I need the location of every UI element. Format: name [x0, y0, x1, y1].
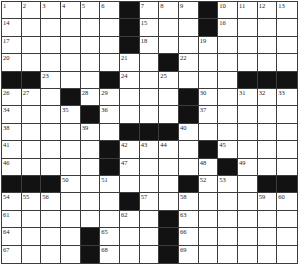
clue-number-10: 10: [219, 2, 226, 10]
cell-r10c5[interactable]: [81, 159, 101, 176]
cell-r8c10[interactable]: 40: [179, 124, 199, 141]
cell-r1c8[interactable]: 7: [140, 2, 160, 19]
clue-number-62: 62: [121, 211, 128, 219]
cell-r13c1[interactable]: 61: [2, 211, 22, 228]
cell-r12c11[interactable]: [199, 193, 219, 210]
clue-number-48: 48: [200, 159, 207, 167]
cell-r2c6[interactable]: [100, 19, 120, 36]
cell-r9c8[interactable]: 43: [140, 141, 160, 158]
cell-r6c9[interactable]: [159, 89, 179, 106]
cell-r8c4[interactable]: [61, 124, 81, 141]
clue-number-26: 26: [3, 89, 10, 97]
cell-r10c4[interactable]: [61, 159, 81, 176]
cell-r3c5[interactable]: [81, 37, 101, 54]
cell-r14c12[interactable]: [218, 228, 238, 245]
cell-r2c9[interactable]: [159, 19, 179, 36]
cell-r3c2[interactable]: [22, 37, 42, 54]
clue-number-16: 16: [219, 19, 226, 27]
black-square-r1c7: [120, 2, 140, 19]
clue-number-24: 24: [121, 72, 128, 80]
clue-number-45: 45: [219, 141, 226, 149]
clue-number-14: 14: [3, 19, 10, 27]
clue-number-53: 53: [219, 176, 226, 184]
cell-r10c11[interactable]: 48: [199, 159, 219, 176]
cell-r12c10[interactable]: 58: [179, 193, 199, 210]
clue-number-66: 66: [180, 228, 187, 236]
clue-number-63: 63: [180, 211, 187, 219]
cell-r13c7[interactable]: 62: [120, 211, 140, 228]
clue-number-29: 29: [101, 89, 108, 97]
cell-r13c10[interactable]: 63: [179, 211, 199, 228]
black-square-r12c7: [120, 193, 140, 210]
cell-r1c10[interactable]: 9: [179, 2, 199, 19]
cell-r9c1[interactable]: 41: [2, 141, 22, 158]
cell-r9c5[interactable]: [81, 141, 101, 158]
cell-r6c1[interactable]: 26: [2, 89, 22, 106]
cell-r10c7[interactable]: 47: [120, 159, 140, 176]
clue-number-65: 65: [101, 228, 108, 236]
cell-r13c15[interactable]: [277, 211, 297, 228]
black-square-r10c6: [100, 159, 120, 176]
cell-r6c3[interactable]: [41, 89, 61, 106]
cell-r12c8[interactable]: 57: [140, 193, 160, 210]
clue-number-57: 57: [141, 193, 148, 201]
cell-r10c3[interactable]: [41, 159, 61, 176]
cell-r1c9[interactable]: 8: [159, 2, 179, 19]
cell-r6c6[interactable]: 29: [100, 89, 120, 106]
clue-number-42: 42: [121, 141, 128, 149]
black-square-r9c11: [199, 141, 219, 158]
cell-r6c8[interactable]: [140, 89, 160, 106]
clue-number-39: 39: [82, 124, 89, 132]
cell-r4c13[interactable]: [238, 54, 258, 71]
clue-number-18: 18: [141, 37, 148, 45]
cell-r15c12[interactable]: [218, 246, 238, 263]
cell-r1c12[interactable]: 10: [218, 2, 238, 19]
clue-number-9: 9: [180, 2, 183, 10]
cell-r8c1[interactable]: 38: [2, 124, 22, 141]
clue-number-13: 13: [278, 2, 285, 10]
clue-number-31: 31: [239, 89, 246, 97]
cell-r14c14[interactable]: [258, 228, 278, 245]
cell-r4c5[interactable]: [81, 54, 101, 71]
cell-r3c1[interactable]: 17: [2, 37, 22, 54]
cell-r9c3[interactable]: [41, 141, 61, 158]
cell-r2c3[interactable]: [41, 19, 61, 36]
cell-r9c10[interactable]: [179, 141, 199, 158]
cell-r10c13[interactable]: 49: [238, 159, 258, 176]
black-square-r8c7: [120, 124, 140, 141]
cell-r12c1[interactable]: 54: [2, 193, 22, 210]
cell-r1c13[interactable]: 11: [238, 2, 258, 19]
cell-r9c15[interactable]: [277, 141, 297, 158]
black-square-r11c2: [22, 176, 42, 193]
black-square-r3c7: [120, 37, 140, 54]
cell-r12c5[interactable]: [81, 193, 101, 210]
cell-r8c5[interactable]: 39: [81, 124, 101, 141]
cell-r4c8[interactable]: [140, 54, 160, 71]
black-square-r5c13: [238, 72, 258, 89]
cell-r5c8[interactable]: [140, 72, 160, 89]
cell-r5c4[interactable]: [61, 72, 81, 89]
black-square-r10c12: [218, 159, 238, 176]
cell-r12c12[interactable]: [218, 193, 238, 210]
cell-r7c3[interactable]: [41, 106, 61, 123]
cell-r2c1[interactable]: 14: [2, 19, 22, 36]
cell-r2c15[interactable]: [277, 19, 297, 36]
cell-r4c4[interactable]: [61, 54, 81, 71]
cell-r4c1[interactable]: 20: [2, 54, 22, 71]
cell-r15c8[interactable]: [140, 246, 160, 263]
clue-number-37: 37: [200, 106, 207, 114]
cell-r13c8[interactable]: [140, 211, 160, 228]
black-square-r11c10: [179, 176, 199, 193]
cell-r12c15[interactable]: 60: [277, 193, 297, 210]
cell-r1c4[interactable]: 4: [61, 2, 81, 19]
cell-r7c1[interactable]: 34: [2, 106, 22, 123]
cell-r3c11[interactable]: 19: [199, 37, 219, 54]
cell-r3c4[interactable]: [61, 37, 81, 54]
cell-r14c7[interactable]: [120, 228, 140, 245]
cell-r6c13[interactable]: 31: [238, 89, 258, 106]
cell-r2c14[interactable]: [258, 19, 278, 36]
cell-r7c4[interactable]: 35: [61, 106, 81, 123]
cell-r4c2[interactable]: [22, 54, 42, 71]
cell-r8c14[interactable]: [258, 124, 278, 141]
cell-r8c13[interactable]: [238, 124, 258, 141]
cell-r6c2[interactable]: 27: [22, 89, 42, 106]
crossword-board: 1234567891011121314151617181920212223242…: [1, 1, 298, 264]
cell-r13c13[interactable]: [238, 211, 258, 228]
cell-r3c14[interactable]: [258, 37, 278, 54]
black-square-r5c14: [258, 72, 278, 89]
cell-r9c14[interactable]: [258, 141, 278, 158]
cell-r7c13[interactable]: [238, 106, 258, 123]
cell-r14c1[interactable]: 64: [2, 228, 22, 245]
cell-r8c6[interactable]: [100, 124, 120, 141]
black-square-r7c10: [179, 106, 199, 123]
cell-r9c4[interactable]: [61, 141, 81, 158]
cell-r7c12[interactable]: [218, 106, 238, 123]
cell-r1c15[interactable]: 13: [277, 2, 297, 19]
clue-number-7: 7: [141, 2, 144, 10]
cell-r3c9[interactable]: [159, 37, 179, 54]
clue-number-23: 23: [42, 72, 49, 80]
cell-r11c9[interactable]: [159, 176, 179, 193]
cell-r1c1[interactable]: 1: [2, 2, 22, 19]
cell-r7c14[interactable]: [258, 106, 278, 123]
cell-r15c6[interactable]: 68: [100, 246, 120, 263]
cell-r15c14[interactable]: [258, 246, 278, 263]
clue-number-15: 15: [141, 19, 148, 27]
clue-number-59: 59: [259, 193, 266, 201]
clue-number-30: 30: [200, 89, 207, 97]
clue-number-21: 21: [121, 54, 128, 62]
cell-r1c2[interactable]: 2: [22, 2, 42, 19]
cell-r11c6[interactable]: 51: [100, 176, 120, 193]
cell-r8c11[interactable]: [199, 124, 219, 141]
cell-r15c7[interactable]: [120, 246, 140, 263]
cell-r5c11[interactable]: [199, 72, 219, 89]
cell-r12c3[interactable]: 56: [41, 193, 61, 210]
cell-r7c7[interactable]: [120, 106, 140, 123]
clue-number-41: 41: [3, 141, 10, 149]
clue-number-6: 6: [101, 2, 104, 10]
cell-r6c12[interactable]: [218, 89, 238, 106]
clue-number-46: 46: [3, 159, 10, 167]
clue-number-5: 5: [82, 2, 85, 10]
cell-r12c2[interactable]: 55: [22, 193, 42, 210]
black-square-r4c9: [159, 54, 179, 71]
cell-r11c7[interactable]: [120, 176, 140, 193]
cell-r6c5[interactable]: 28: [81, 89, 101, 106]
black-square-r13c9: [159, 211, 179, 228]
clue-number-58: 58: [180, 193, 187, 201]
cell-r9c13[interactable]: [238, 141, 258, 158]
cell-r9c12[interactable]: 45: [218, 141, 238, 158]
cell-r8c15[interactable]: [277, 124, 297, 141]
cell-r13c3[interactable]: [41, 211, 61, 228]
clue-number-11: 11: [239, 2, 245, 10]
cell-r15c15[interactable]: [277, 246, 297, 263]
black-square-r5c1: [2, 72, 22, 89]
cell-r7c2[interactable]: [22, 106, 42, 123]
clue-number-50: 50: [62, 176, 69, 184]
cell-r3c8[interactable]: 18: [140, 37, 160, 54]
cell-r2c13[interactable]: [238, 19, 258, 36]
clue-number-40: 40: [180, 124, 187, 132]
black-square-r2c7: [120, 19, 140, 36]
black-square-r11c1: [2, 176, 22, 193]
cell-r12c9[interactable]: [159, 193, 179, 210]
cell-r5c3[interactable]: 23: [41, 72, 61, 89]
cell-r6c7[interactable]: [120, 89, 140, 106]
cell-r2c2[interactable]: [22, 19, 42, 36]
black-square-r8c8: [140, 124, 160, 141]
cell-r11c8[interactable]: [140, 176, 160, 193]
cell-r3c6[interactable]: [100, 37, 120, 54]
cell-r11c13[interactable]: [238, 176, 258, 193]
clue-number-52: 52: [200, 176, 207, 184]
clue-number-64: 64: [3, 228, 10, 236]
cell-r10c9[interactable]: [159, 159, 179, 176]
clue-number-49: 49: [239, 159, 246, 167]
cell-r11c5[interactable]: [81, 176, 101, 193]
cell-r14c3[interactable]: [41, 228, 61, 245]
cell-r4c3[interactable]: [41, 54, 61, 71]
black-square-r5c15: [277, 72, 297, 89]
clue-number-44: 44: [160, 141, 167, 149]
cell-r2c10[interactable]: [179, 19, 199, 36]
cell-r1c5[interactable]: 5: [81, 2, 101, 19]
cell-r8c12[interactable]: [218, 124, 238, 141]
clue-number-8: 8: [160, 2, 163, 10]
clue-number-20: 20: [3, 54, 10, 62]
cell-r14c4[interactable]: [61, 228, 81, 245]
clue-number-68: 68: [101, 246, 108, 254]
cell-r7c9[interactable]: [159, 106, 179, 123]
cell-r13c2[interactable]: [22, 211, 42, 228]
cell-r13c14[interactable]: [258, 211, 278, 228]
cell-r10c2[interactable]: [22, 159, 42, 176]
black-square-r7c5: [81, 106, 101, 123]
cell-r14c6[interactable]: 65: [100, 228, 120, 245]
cell-r3c15[interactable]: [277, 37, 297, 54]
clue-number-34: 34: [3, 106, 10, 114]
cell-r2c8[interactable]: 15: [140, 19, 160, 36]
cell-r5c10[interactable]: [179, 72, 199, 89]
cell-r12c6[interactable]: [100, 193, 120, 210]
clue-number-4: 4: [62, 2, 65, 10]
cell-r3c3[interactable]: [41, 37, 61, 54]
cell-r11c12[interactable]: 53: [218, 176, 238, 193]
black-square-r6c4: [61, 89, 81, 106]
cell-r10c15[interactable]: [277, 159, 297, 176]
clue-number-67: 67: [3, 246, 10, 254]
cell-r5c9[interactable]: 25: [159, 72, 179, 89]
cell-r12c4[interactable]: [61, 193, 81, 210]
cell-r13c5[interactable]: [81, 211, 101, 228]
black-square-r6c10: [179, 89, 199, 106]
cell-r12c13[interactable]: [238, 193, 258, 210]
cell-r4c6[interactable]: [100, 54, 120, 71]
black-square-r5c2: [22, 72, 42, 89]
black-square-r11c14: [258, 176, 278, 193]
clue-number-56: 56: [42, 193, 49, 201]
cell-r2c12[interactable]: 16: [218, 19, 238, 36]
black-square-r14c9: [159, 228, 179, 245]
cell-r4c10[interactable]: 22: [179, 54, 199, 71]
clue-number-47: 47: [121, 159, 128, 167]
clue-number-55: 55: [23, 193, 30, 201]
clue-number-25: 25: [160, 72, 167, 80]
cell-r3c12[interactable]: [218, 37, 238, 54]
clue-number-60: 60: [278, 193, 285, 201]
cell-r9c7[interactable]: 42: [120, 141, 140, 158]
cell-r5c7[interactable]: 24: [120, 72, 140, 89]
cell-r11c11[interactable]: 52: [199, 176, 219, 193]
cell-r10c14[interactable]: [258, 159, 278, 176]
cell-r15c13[interactable]: [238, 246, 258, 263]
clue-number-43: 43: [141, 141, 148, 149]
cell-r10c1[interactable]: 46: [2, 159, 22, 176]
black-square-r11c3: [41, 176, 61, 193]
cell-r15c10[interactable]: 69: [179, 246, 199, 263]
clue-number-51: 51: [101, 176, 108, 184]
cell-r6c15[interactable]: 33: [277, 89, 297, 106]
cell-r5c12[interactable]: [218, 72, 238, 89]
clue-number-27: 27: [23, 89, 30, 97]
cell-r14c13[interactable]: [238, 228, 258, 245]
cell-r14c10[interactable]: 66: [179, 228, 199, 245]
clue-number-2: 2: [23, 2, 26, 10]
cell-r15c3[interactable]: [41, 246, 61, 263]
clue-number-19: 19: [200, 37, 207, 45]
cell-r9c9[interactable]: 44: [159, 141, 179, 158]
cell-r11c4[interactable]: 50: [61, 176, 81, 193]
cell-r15c1[interactable]: 67: [2, 246, 22, 263]
clue-number-28: 28: [82, 89, 89, 97]
clue-number-36: 36: [101, 106, 108, 114]
cell-r14c8[interactable]: [140, 228, 160, 245]
cell-r15c2[interactable]: [22, 246, 42, 263]
clue-number-32: 32: [259, 89, 266, 97]
cell-r7c8[interactable]: [140, 106, 160, 123]
cell-r14c15[interactable]: [277, 228, 297, 245]
cell-r13c11[interactable]: [199, 211, 219, 228]
black-square-r11c15: [277, 176, 297, 193]
clue-number-35: 35: [62, 106, 69, 114]
black-square-r15c5: [81, 246, 101, 263]
cell-r5c5[interactable]: [81, 72, 101, 89]
cell-r1c14[interactable]: 12: [258, 2, 278, 19]
cell-r6c14[interactable]: 32: [258, 89, 278, 106]
clue-number-1: 1: [3, 2, 6, 10]
cell-r2c5[interactable]: [81, 19, 101, 36]
black-square-r8c9: [159, 124, 179, 141]
cell-r14c11[interactable]: [199, 228, 219, 245]
cell-r15c4[interactable]: [61, 246, 81, 263]
clue-number-33: 33: [278, 89, 285, 97]
cell-r7c15[interactable]: [277, 106, 297, 123]
cell-r9c2[interactable]: [22, 141, 42, 158]
cell-r13c4[interactable]: [61, 211, 81, 228]
cell-r8c2[interactable]: [22, 124, 42, 141]
clue-number-3: 3: [42, 2, 45, 10]
cell-r6c11[interactable]: 30: [199, 89, 219, 106]
cell-r13c12[interactable]: [218, 211, 238, 228]
cell-r4c7[interactable]: 21: [120, 54, 140, 71]
black-square-r1c11: [199, 2, 219, 19]
clue-number-61: 61: [3, 211, 10, 219]
cell-r4c12[interactable]: [218, 54, 238, 71]
clue-number-38: 38: [3, 124, 10, 132]
cell-r8c3[interactable]: [41, 124, 61, 141]
cell-r1c3[interactable]: 3: [41, 2, 61, 19]
cell-r3c10[interactable]: [179, 37, 199, 54]
cell-r10c8[interactable]: [140, 159, 160, 176]
black-square-r14c5: [81, 228, 101, 245]
black-square-r15c9: [159, 246, 179, 263]
clue-number-17: 17: [3, 37, 10, 45]
cell-r12c14[interactable]: 59: [258, 193, 278, 210]
clue-number-12: 12: [259, 2, 266, 10]
black-square-r2c11: [199, 19, 219, 36]
cell-r4c14[interactable]: [258, 54, 278, 71]
cell-r2c4[interactable]: [61, 19, 81, 36]
cell-r1c6[interactable]: 6: [100, 2, 120, 19]
clue-number-54: 54: [3, 193, 10, 201]
clue-number-22: 22: [180, 54, 187, 62]
cell-r10c10[interactable]: [179, 159, 199, 176]
black-square-r5c6: [100, 72, 120, 89]
cell-r7c11[interactable]: 37: [199, 106, 219, 123]
cell-r13c6[interactable]: [100, 211, 120, 228]
black-square-r9c6: [100, 141, 120, 158]
cell-r4c11[interactable]: [199, 54, 219, 71]
cell-r7c6[interactable]: 36: [100, 106, 120, 123]
cell-r3c13[interactable]: [238, 37, 258, 54]
cell-r14c2[interactable]: [22, 228, 42, 245]
cell-r4c15[interactable]: [277, 54, 297, 71]
cell-r15c11[interactable]: [199, 246, 219, 263]
clue-number-69: 69: [180, 246, 187, 254]
